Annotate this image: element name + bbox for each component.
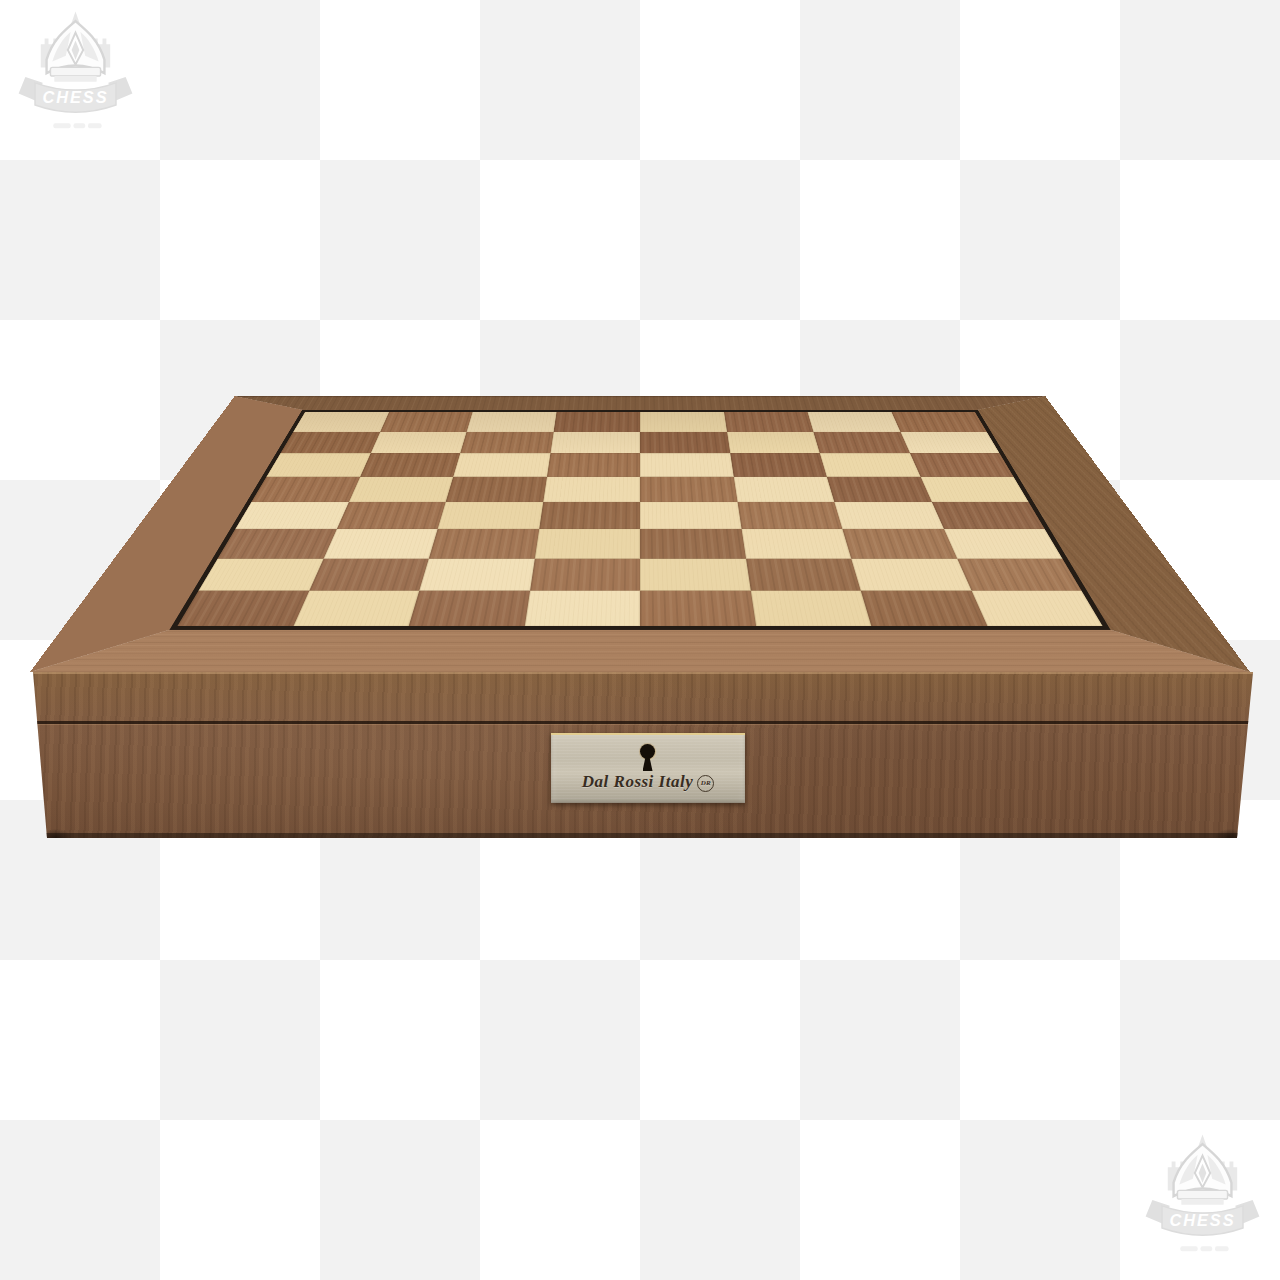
square-h4: [931, 502, 1044, 529]
square-a1: [177, 591, 308, 626]
square-d8: [553, 412, 640, 432]
square-f3: [741, 529, 851, 559]
box-right-foot-shadow: [1215, 829, 1245, 838]
square-f7: [727, 432, 820, 454]
square-b7: [370, 432, 466, 454]
board-border-line: [169, 410, 1110, 630]
square-d2: [530, 559, 640, 591]
keyhole-icon: [640, 744, 655, 759]
front-top-edge-highlight: [33, 672, 1253, 674]
square-b8: [380, 412, 473, 432]
square-f2: [746, 559, 861, 591]
square-f4: [737, 502, 842, 529]
chess-box-lid-top: [30, 396, 1250, 672]
brand-name: Dal Rossi Italy: [582, 772, 693, 791]
square-b2: [309, 559, 429, 591]
square-e5: [640, 477, 737, 502]
square-c8: [467, 412, 557, 432]
square-b4: [336, 502, 445, 529]
square-g4: [834, 502, 943, 529]
square-f5: [733, 477, 834, 502]
square-e2: [640, 559, 750, 591]
square-h5: [920, 477, 1028, 502]
square-c3: [429, 529, 539, 559]
square-d6: [547, 453, 640, 476]
square-b1: [293, 591, 419, 626]
square-g1: [861, 591, 987, 626]
chess-box: Dal Rossi ItalyDR: [0, 0, 1280, 1280]
square-e8: [640, 412, 727, 432]
square-f8: [724, 412, 814, 432]
square-g2: [851, 559, 971, 591]
square-a7: [280, 432, 380, 454]
square-f1: [750, 591, 871, 626]
square-h6: [910, 453, 1014, 476]
square-d3: [534, 529, 640, 559]
square-b5: [349, 477, 454, 502]
square-g7: [813, 432, 909, 454]
brand-plaque: Dal Rossi ItalyDR: [551, 733, 745, 803]
square-e1: [640, 591, 756, 626]
square-c6: [453, 453, 550, 476]
square-b3: [323, 529, 437, 559]
square-c1: [409, 591, 530, 626]
square-c2: [419, 559, 534, 591]
square-e4: [640, 502, 741, 529]
square-c5: [446, 477, 547, 502]
lid-seam-highlight: [33, 724, 1253, 725]
square-g6: [820, 453, 920, 476]
square-a2: [198, 559, 323, 591]
chess-box-front-face: Dal Rossi ItalyDR: [33, 672, 1253, 838]
square-h8: [891, 412, 987, 432]
square-d4: [539, 502, 640, 529]
square-g5: [827, 477, 932, 502]
square-a8: [293, 412, 389, 432]
square-a3: [218, 529, 337, 559]
square-e3: [640, 529, 746, 559]
square-h2: [957, 559, 1082, 591]
square-h7: [900, 432, 1000, 454]
square-c4: [438, 502, 543, 529]
square-d1: [524, 591, 640, 626]
square-g3: [842, 529, 956, 559]
square-a6: [266, 453, 370, 476]
square-e6: [640, 453, 733, 476]
square-d7: [550, 432, 640, 454]
box-bottom-shadow: [33, 833, 1253, 838]
square-f6: [730, 453, 827, 476]
square-a5: [252, 477, 360, 502]
board-grid: [177, 412, 1102, 626]
brand-plaque-text: Dal Rossi ItalyDR: [551, 772, 745, 792]
square-g8: [807, 412, 900, 432]
square-h1: [971, 591, 1102, 626]
square-d5: [543, 477, 640, 502]
square-e7: [640, 432, 730, 454]
box-left-foot-shadow: [41, 829, 71, 838]
square-b6: [360, 453, 460, 476]
square-h3: [944, 529, 1063, 559]
brand-monogram-badge: DR: [697, 775, 714, 792]
square-a4: [235, 502, 348, 529]
square-c7: [460, 432, 553, 454]
